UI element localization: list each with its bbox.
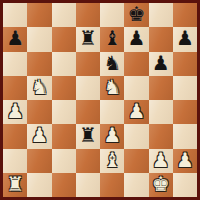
square-e6[interactable]: ♞ xyxy=(100,52,124,76)
square-a4[interactable]: ♟ xyxy=(3,100,27,124)
square-f7[interactable]: ♟ xyxy=(124,27,148,51)
square-g1[interactable]: ♚ xyxy=(149,173,173,197)
square-e8[interactable] xyxy=(100,3,124,27)
square-b3[interactable]: ♟ xyxy=(27,124,51,148)
square-b7[interactable] xyxy=(27,27,51,51)
square-c1[interactable] xyxy=(52,173,76,197)
square-f3[interactable] xyxy=(124,124,148,148)
square-d8[interactable] xyxy=(76,3,100,27)
square-b6[interactable] xyxy=(27,52,51,76)
piece-black-bishop-e7: ♝ xyxy=(103,28,121,48)
square-h8[interactable] xyxy=(173,3,197,27)
square-c8[interactable] xyxy=(52,3,76,27)
square-f1[interactable] xyxy=(124,173,148,197)
piece-white-bishop-e2: ♝ xyxy=(103,150,121,170)
piece-white-pawn-e3: ♟ xyxy=(103,125,121,145)
square-e5[interactable]: ♞ xyxy=(100,76,124,100)
piece-white-pawn-h2: ♟ xyxy=(176,150,194,170)
piece-white-knight-b5: ♞ xyxy=(30,77,48,97)
piece-black-pawn-g6: ♟ xyxy=(152,53,170,73)
square-d6[interactable] xyxy=(76,52,100,76)
piece-white-king-g1: ♚ xyxy=(152,174,170,194)
square-a5[interactable] xyxy=(3,76,27,100)
piece-black-knight-e6: ♞ xyxy=(103,53,121,73)
square-b1[interactable] xyxy=(27,173,51,197)
square-g7[interactable] xyxy=(149,27,173,51)
square-f8[interactable]: ♚ xyxy=(124,3,148,27)
square-h5[interactable] xyxy=(173,76,197,100)
square-h2[interactable]: ♟ xyxy=(173,149,197,173)
square-d1[interactable] xyxy=(76,173,100,197)
square-h3[interactable] xyxy=(173,124,197,148)
piece-white-pawn-g2: ♟ xyxy=(152,150,170,170)
piece-white-rook-a1: ♜ xyxy=(6,174,24,194)
chess-board: ♚♟♜♝♟♟♞♟♞♞♟♟♟♜♟♝♟♟♜♚ xyxy=(3,3,197,197)
square-g4[interactable] xyxy=(149,100,173,124)
square-d5[interactable] xyxy=(76,76,100,100)
square-g5[interactable] xyxy=(149,76,173,100)
square-b4[interactable] xyxy=(27,100,51,124)
board-frame: ♚♟♜♝♟♟♞♟♞♞♟♟♟♜♟♝♟♟♜♚ xyxy=(0,0,200,200)
square-d2[interactable] xyxy=(76,149,100,173)
square-d3[interactable]: ♜ xyxy=(76,124,100,148)
square-f6[interactable] xyxy=(124,52,148,76)
piece-black-king-f8: ♚ xyxy=(127,4,145,24)
square-a1[interactable]: ♜ xyxy=(3,173,27,197)
square-b5[interactable]: ♞ xyxy=(27,76,51,100)
square-c2[interactable] xyxy=(52,149,76,173)
square-a6[interactable] xyxy=(3,52,27,76)
square-e4[interactable] xyxy=(100,100,124,124)
square-b2[interactable] xyxy=(27,149,51,173)
square-g2[interactable]: ♟ xyxy=(149,149,173,173)
square-c4[interactable] xyxy=(52,100,76,124)
square-g8[interactable] xyxy=(149,3,173,27)
square-c3[interactable] xyxy=(52,124,76,148)
square-d4[interactable] xyxy=(76,100,100,124)
piece-white-pawn-a4: ♟ xyxy=(6,101,24,121)
square-c7[interactable] xyxy=(52,27,76,51)
square-g6[interactable]: ♟ xyxy=(149,52,173,76)
square-c6[interactable] xyxy=(52,52,76,76)
square-c5[interactable] xyxy=(52,76,76,100)
square-a2[interactable] xyxy=(3,149,27,173)
square-f2[interactable] xyxy=(124,149,148,173)
square-h4[interactable] xyxy=(173,100,197,124)
piece-white-knight-e5: ♞ xyxy=(103,77,121,97)
square-d7[interactable]: ♜ xyxy=(76,27,100,51)
square-a3[interactable] xyxy=(3,124,27,148)
piece-black-pawn-a7: ♟ xyxy=(6,28,24,48)
square-b8[interactable] xyxy=(27,3,51,27)
piece-black-pawn-h7: ♟ xyxy=(176,28,194,48)
piece-black-rook-d7: ♜ xyxy=(79,28,97,48)
square-e1[interactable] xyxy=(100,173,124,197)
square-h6[interactable] xyxy=(173,52,197,76)
square-g3[interactable] xyxy=(149,124,173,148)
square-e2[interactable]: ♝ xyxy=(100,149,124,173)
square-a7[interactable]: ♟ xyxy=(3,27,27,51)
square-e7[interactable]: ♝ xyxy=(100,27,124,51)
square-f4[interactable]: ♟ xyxy=(124,100,148,124)
piece-white-pawn-f4: ♟ xyxy=(127,101,145,121)
piece-black-pawn-f7: ♟ xyxy=(127,28,145,48)
square-a8[interactable] xyxy=(3,3,27,27)
piece-white-pawn-b3: ♟ xyxy=(30,125,48,145)
square-h7[interactable]: ♟ xyxy=(173,27,197,51)
square-e3[interactable]: ♟ xyxy=(100,124,124,148)
square-f5[interactable] xyxy=(124,76,148,100)
piece-black-rook-d3: ♜ xyxy=(79,125,97,145)
square-h1[interactable] xyxy=(173,173,197,197)
